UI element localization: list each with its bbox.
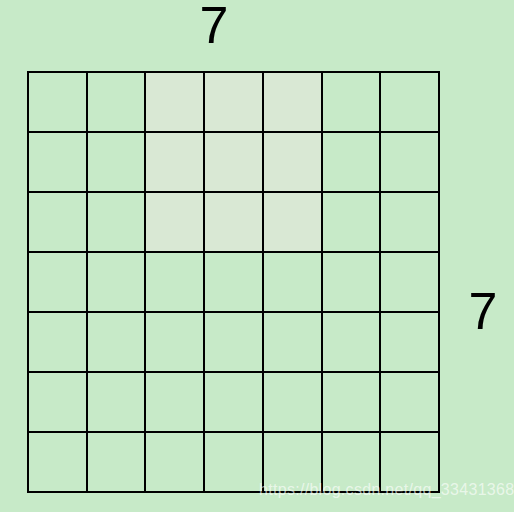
grid-cell xyxy=(146,373,203,431)
grid-cell xyxy=(29,193,86,251)
grid-cell xyxy=(381,133,438,191)
grid-cell xyxy=(88,433,145,491)
diagram-background: 7 7 https://blog.csdn.net/qq_33431368 xyxy=(0,0,514,512)
grid-cell xyxy=(88,73,145,131)
grid-cell xyxy=(88,253,145,311)
grid-cell xyxy=(29,253,86,311)
grid-cell xyxy=(146,313,203,371)
grid-cell xyxy=(88,133,145,191)
grid-cell xyxy=(264,253,321,311)
grid-cell xyxy=(88,193,145,251)
grid-cell xyxy=(381,313,438,371)
grid-cell-highlighted xyxy=(146,133,203,191)
grid-cell xyxy=(323,193,380,251)
grid-cell xyxy=(323,373,380,431)
grid-cell-highlighted xyxy=(264,193,321,251)
grid-cell xyxy=(205,313,262,371)
grid-cell xyxy=(381,73,438,131)
grid-cell xyxy=(264,313,321,371)
grid-cell xyxy=(381,253,438,311)
top-dimension-label: 7 xyxy=(190,0,238,53)
grid-cell xyxy=(323,133,380,191)
grid-cell xyxy=(264,373,321,431)
grid-cell xyxy=(29,313,86,371)
grid-cell xyxy=(381,193,438,251)
grid-cell-highlighted xyxy=(205,133,262,191)
grid-cell-highlighted xyxy=(205,73,262,131)
grid-cell-highlighted xyxy=(264,133,321,191)
grid-cell xyxy=(29,133,86,191)
grid-cell xyxy=(88,313,145,371)
grid-cell xyxy=(205,373,262,431)
grid-cell xyxy=(323,73,380,131)
grid-cell-highlighted xyxy=(146,73,203,131)
grid-cell-highlighted xyxy=(146,193,203,251)
watermark-text: https://blog.csdn.net/qq_33431368 xyxy=(259,481,514,499)
board-grid xyxy=(27,71,440,493)
grid-cell xyxy=(29,73,86,131)
grid-cell xyxy=(29,433,86,491)
grid-cell xyxy=(146,253,203,311)
grid-cell xyxy=(29,373,86,431)
grid-cell xyxy=(323,253,380,311)
grid-cell xyxy=(88,373,145,431)
grid-cell xyxy=(205,253,262,311)
right-dimension-label: 7 xyxy=(459,283,507,339)
grid-cell-highlighted xyxy=(205,193,262,251)
grid-cell xyxy=(146,433,203,491)
grid-cell xyxy=(381,373,438,431)
grid-cell xyxy=(205,433,262,491)
grid-cell-highlighted xyxy=(264,73,321,131)
grid-cell xyxy=(323,313,380,371)
